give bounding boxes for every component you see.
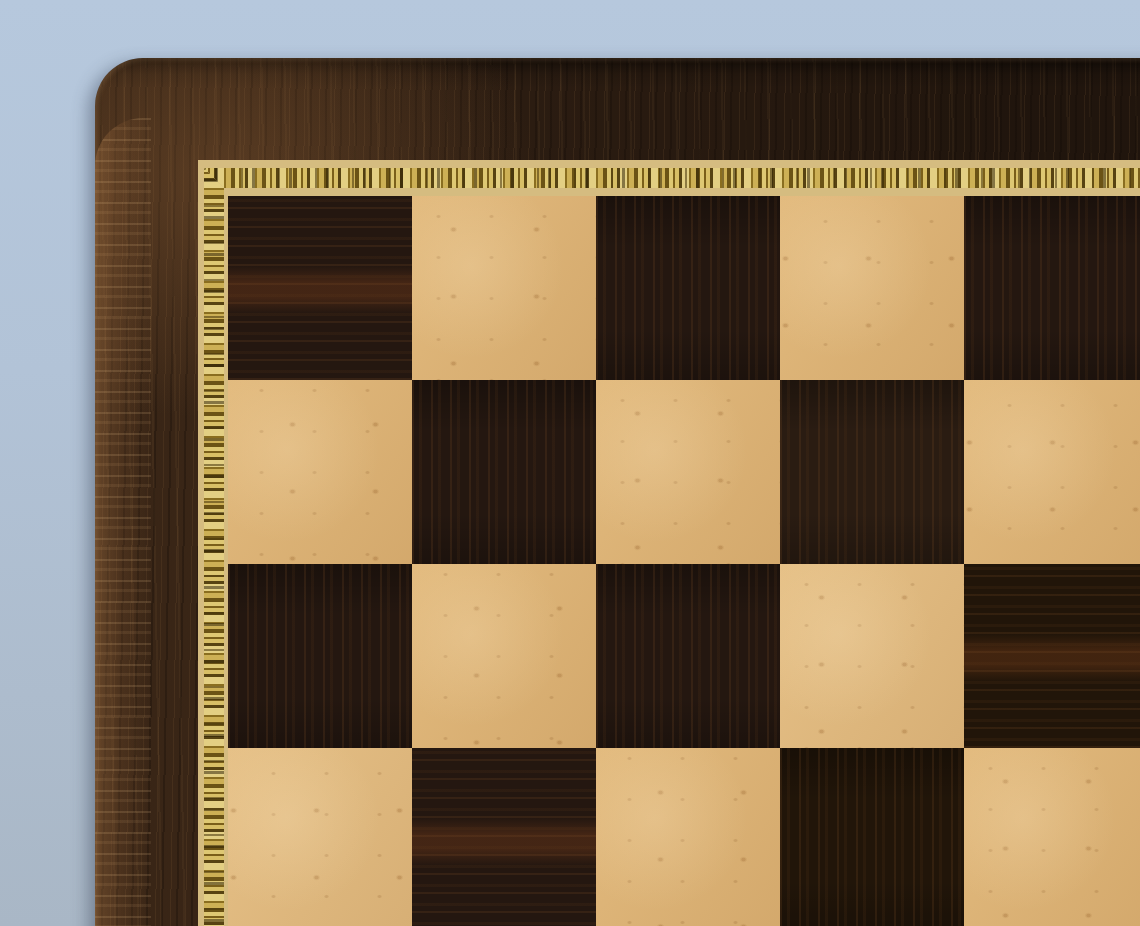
square-r0-c3 [780,196,964,380]
chessboard-frame [95,58,1140,926]
frame-edge-highlight [95,118,151,926]
square-r2-c0 [228,564,412,748]
square-r0-c4 [964,196,1140,380]
square-r1-c1 [412,380,596,564]
photo-scene [0,0,1140,926]
square-r2-c2 [596,564,780,748]
square-r1-c2 [596,380,780,564]
inlay-stripes-left [204,168,224,926]
square-r2-c3 [780,564,964,748]
square-r2-c1 [412,564,596,748]
square-r3-c4 [964,748,1140,926]
square-r0-c2 [596,196,780,380]
inlay-stripes-top [204,168,1140,188]
square-r3-c0 [228,748,412,926]
square-r3-c2 [596,748,780,926]
square-r0-c0 [228,196,412,380]
square-r3-c3 [780,748,964,926]
square-r2-c4 [964,564,1140,748]
square-r3-c1 [412,748,596,926]
inlay-border [198,160,1140,926]
square-r1-c3 [780,380,964,564]
square-r1-c4 [964,380,1140,564]
board-squares-grid [228,196,1140,926]
square-r1-c0 [228,380,412,564]
square-r0-c1 [412,196,596,380]
